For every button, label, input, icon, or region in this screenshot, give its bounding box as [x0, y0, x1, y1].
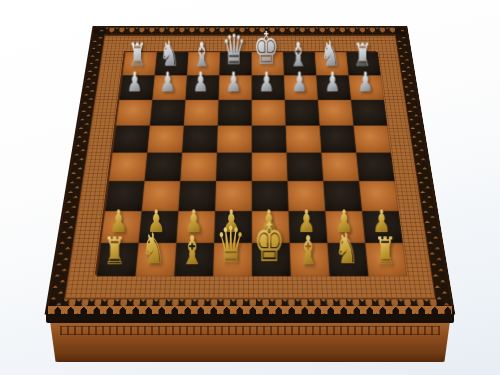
- square-b6[interactable]: [150, 100, 186, 126]
- square-g8[interactable]: [315, 52, 349, 75]
- square-e2[interactable]: [252, 211, 290, 243]
- square-e5[interactable]: [252, 126, 287, 153]
- square-h5[interactable]: [354, 126, 392, 153]
- square-a3[interactable]: [105, 181, 145, 211]
- square-b1[interactable]: [135, 243, 176, 277]
- square-c5[interactable]: [182, 126, 218, 153]
- square-c7[interactable]: [185, 75, 219, 99]
- square-c3[interactable]: [178, 181, 216, 211]
- square-h4[interactable]: [356, 153, 395, 181]
- square-d1[interactable]: [213, 243, 252, 277]
- square-b7[interactable]: [152, 75, 187, 99]
- square-h1[interactable]: [365, 243, 407, 277]
- edge-trim-front: [46, 306, 454, 323]
- board-case-front: [50, 321, 450, 362]
- square-f7[interactable]: [284, 75, 318, 99]
- square-f2[interactable]: [289, 211, 328, 243]
- square-f4[interactable]: [287, 153, 324, 181]
- square-h8[interactable]: [346, 52, 381, 75]
- square-d4[interactable]: [216, 153, 252, 181]
- square-b5[interactable]: [147, 126, 184, 153]
- square-f6[interactable]: [285, 100, 320, 126]
- board-plane: ♜♞♝♛♚♝♞♜♟♟♟♟♟♟♟♟♟♟♟♟♟♟♟♟♜♞♝♛♚♝♞♜: [48, 28, 452, 312]
- square-g5[interactable]: [320, 126, 357, 153]
- square-h2[interactable]: [362, 211, 403, 243]
- square-g6[interactable]: [318, 100, 354, 126]
- square-g3[interactable]: [323, 181, 362, 211]
- square-a7[interactable]: [119, 75, 154, 99]
- square-f1[interactable]: [290, 243, 330, 277]
- square-a8[interactable]: [122, 52, 157, 75]
- board-3d-scene: ♜♞♝♛♚♝♞♜♟♟♟♟♟♟♟♟♟♟♟♟♟♟♟♟♜♞♝♛♚♝♞♜: [48, 0, 452, 312]
- square-e1[interactable]: [252, 243, 291, 277]
- square-b8[interactable]: [155, 52, 189, 75]
- square-c2[interactable]: [176, 211, 215, 243]
- square-f5[interactable]: [286, 126, 322, 153]
- square-d8[interactable]: [219, 52, 251, 75]
- square-a4[interactable]: [109, 153, 147, 181]
- square-a2[interactable]: [101, 211, 142, 243]
- square-g4[interactable]: [321, 153, 359, 181]
- square-g7[interactable]: [316, 75, 351, 99]
- square-a6[interactable]: [116, 100, 152, 126]
- square-e3[interactable]: [252, 181, 289, 211]
- square-g1[interactable]: [327, 243, 368, 277]
- square-c6[interactable]: [184, 100, 219, 126]
- square-c4[interactable]: [180, 153, 217, 181]
- square-e6[interactable]: [252, 100, 286, 126]
- square-e7[interactable]: [252, 75, 285, 99]
- square-d2[interactable]: [214, 211, 252, 243]
- square-b4[interactable]: [145, 153, 183, 181]
- square-f8[interactable]: [283, 52, 316, 75]
- board-grid: [95, 51, 405, 275]
- square-d6[interactable]: [218, 100, 252, 126]
- square-c8[interactable]: [187, 52, 220, 75]
- square-h6[interactable]: [351, 100, 387, 126]
- square-d5[interactable]: [217, 126, 252, 153]
- square-c1[interactable]: [174, 243, 214, 277]
- square-b2[interactable]: [139, 211, 179, 243]
- square-d7[interactable]: [219, 75, 252, 99]
- square-e4[interactable]: [252, 153, 288, 181]
- square-g2[interactable]: [325, 211, 365, 243]
- square-h7[interactable]: [349, 75, 385, 99]
- square-d3[interactable]: [215, 181, 252, 211]
- sawtooth-border-top: [93, 28, 406, 36]
- square-h3[interactable]: [359, 181, 399, 211]
- chess-set-photo: ♜♞♝♛♚♝♞♜♟♟♟♟♟♟♟♟♟♟♟♟♟♟♟♟♜♞♝♛♚♝♞♜: [0, 0, 500, 375]
- square-a1[interactable]: [97, 243, 139, 277]
- square-f3[interactable]: [288, 181, 326, 211]
- square-b3[interactable]: [142, 181, 181, 211]
- chessboard: [48, 28, 452, 312]
- square-e8[interactable]: [252, 52, 284, 75]
- square-a5[interactable]: [112, 126, 149, 153]
